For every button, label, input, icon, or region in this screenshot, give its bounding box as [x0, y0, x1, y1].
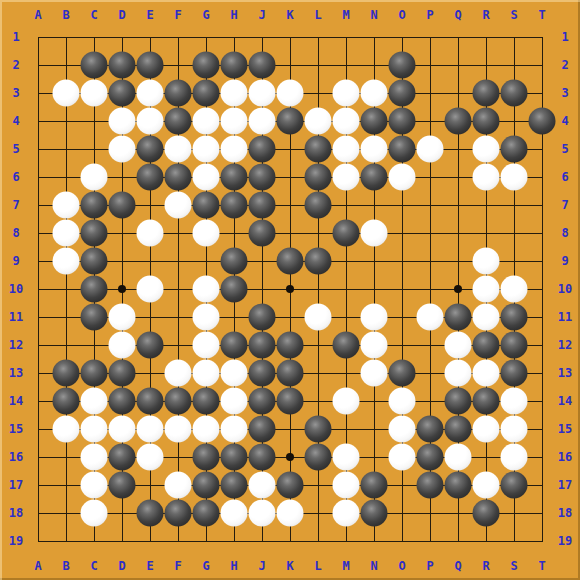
black-stone-J11[interactable]	[249, 304, 276, 331]
black-stone-H10[interactable]	[221, 276, 248, 303]
coordinate-label: Q	[454, 9, 461, 21]
go-board[interactable]: ABCDEFGHJKLMNOPQRST ABCDEFGHJKLMNOPQRST …	[0, 0, 580, 580]
coordinate-label: 18	[558, 507, 572, 519]
star-point	[286, 453, 294, 461]
black-stone-F6[interactable]	[165, 164, 192, 191]
white-stone-H13[interactable]	[221, 360, 248, 387]
white-stone-M18[interactable]	[333, 500, 360, 527]
black-stone-J7[interactable]	[249, 192, 276, 219]
white-stone-S10[interactable]	[501, 276, 528, 303]
white-stone-E4[interactable]	[137, 108, 164, 135]
black-stone-S5[interactable]	[501, 136, 528, 163]
black-stone-D3[interactable]	[109, 80, 136, 107]
black-stone-L15[interactable]	[305, 416, 332, 443]
coordinate-label: 8	[561, 227, 568, 239]
white-stone-G15[interactable]	[193, 416, 220, 443]
black-stone-K4[interactable]	[277, 108, 304, 135]
grid-line-horizontal	[38, 541, 543, 542]
white-stone-P5[interactable]	[417, 136, 444, 163]
coordinate-label: 5	[12, 143, 19, 155]
black-stone-F14[interactable]	[165, 388, 192, 415]
coordinate-label: E	[146, 560, 153, 572]
coordinate-label: 7	[12, 199, 19, 211]
white-stone-C18[interactable]	[81, 500, 108, 527]
black-stone-L9[interactable]	[305, 248, 332, 275]
coordinate-label: 10	[9, 283, 23, 295]
white-stone-R17[interactable]	[473, 472, 500, 499]
black-stone-J13[interactable]	[249, 360, 276, 387]
black-stone-F4[interactable]	[165, 108, 192, 135]
black-stone-H7[interactable]	[221, 192, 248, 219]
white-stone-R5[interactable]	[473, 136, 500, 163]
black-stone-C8[interactable]	[81, 220, 108, 247]
black-stone-S3[interactable]	[501, 80, 528, 107]
black-stone-K13[interactable]	[277, 360, 304, 387]
black-stone-D17[interactable]	[109, 472, 136, 499]
black-stone-O3[interactable]	[389, 80, 416, 107]
white-stone-P11[interactable]	[417, 304, 444, 331]
white-stone-N8[interactable]	[361, 220, 388, 247]
black-stone-C11[interactable]	[81, 304, 108, 331]
coordinate-label: 3	[12, 87, 19, 99]
black-stone-B14[interactable]	[53, 388, 80, 415]
black-stone-R14[interactable]	[473, 388, 500, 415]
black-stone-M8[interactable]	[333, 220, 360, 247]
black-stone-H12[interactable]	[221, 332, 248, 359]
black-stone-J2[interactable]	[249, 52, 276, 79]
black-stone-S13[interactable]	[501, 360, 528, 387]
white-stone-C17[interactable]	[81, 472, 108, 499]
black-stone-E6[interactable]	[137, 164, 164, 191]
coordinate-label: B	[62, 9, 69, 21]
black-stone-R12[interactable]	[473, 332, 500, 359]
white-stone-M3[interactable]	[333, 80, 360, 107]
black-stone-G2[interactable]	[193, 52, 220, 79]
black-stone-D2[interactable]	[109, 52, 136, 79]
white-stone-F5[interactable]	[165, 136, 192, 163]
white-stone-D4[interactable]	[109, 108, 136, 135]
white-stone-F17[interactable]	[165, 472, 192, 499]
coordinate-label: P	[426, 9, 433, 21]
coordinate-label: P	[426, 560, 433, 572]
white-stone-F15[interactable]	[165, 416, 192, 443]
white-stone-R9[interactable]	[473, 248, 500, 275]
white-stone-J4[interactable]	[249, 108, 276, 135]
white-stone-G12[interactable]	[193, 332, 220, 359]
coordinate-label: 9	[561, 255, 568, 267]
white-stone-G13[interactable]	[193, 360, 220, 387]
white-stone-H18[interactable]	[221, 500, 248, 527]
coordinate-label: 11	[558, 311, 572, 323]
white-stone-M5[interactable]	[333, 136, 360, 163]
coordinate-label: 12	[558, 339, 572, 351]
black-stone-H16[interactable]	[221, 444, 248, 471]
coordinate-label: C	[90, 560, 97, 572]
white-stone-S6[interactable]	[501, 164, 528, 191]
white-stone-R11[interactable]	[473, 304, 500, 331]
coordinate-label: 2	[12, 59, 19, 71]
white-stone-B15[interactable]	[53, 416, 80, 443]
white-stone-E3[interactable]	[137, 80, 164, 107]
coordinate-label: 7	[561, 199, 568, 211]
white-stone-Q16[interactable]	[445, 444, 472, 471]
black-stone-C7[interactable]	[81, 192, 108, 219]
black-stone-H2[interactable]	[221, 52, 248, 79]
black-stone-E14[interactable]	[137, 388, 164, 415]
star-point	[118, 285, 126, 293]
black-stone-P15[interactable]	[417, 416, 444, 443]
black-stone-E18[interactable]	[137, 500, 164, 527]
white-stone-L11[interactable]	[305, 304, 332, 331]
coordinate-label: A	[34, 560, 41, 572]
black-stone-R18[interactable]	[473, 500, 500, 527]
white-stone-B7[interactable]	[53, 192, 80, 219]
white-stone-Q13[interactable]	[445, 360, 472, 387]
star-point	[454, 285, 462, 293]
black-stone-S17[interactable]	[501, 472, 528, 499]
black-stone-H6[interactable]	[221, 164, 248, 191]
white-stone-R6[interactable]	[473, 164, 500, 191]
white-stone-H4[interactable]	[221, 108, 248, 135]
white-stone-E10[interactable]	[137, 276, 164, 303]
coordinate-label: 13	[9, 367, 23, 379]
coordinate-label: 8	[12, 227, 19, 239]
black-stone-G18[interactable]	[193, 500, 220, 527]
black-stone-B13[interactable]	[53, 360, 80, 387]
coordinate-label: K	[286, 9, 293, 21]
white-stone-C14[interactable]	[81, 388, 108, 415]
coordinate-label: 6	[12, 171, 19, 183]
coordinate-label: 4	[12, 115, 19, 127]
white-stone-D5[interactable]	[109, 136, 136, 163]
coordinate-label: D	[118, 560, 125, 572]
black-stone-L5[interactable]	[305, 136, 332, 163]
black-stone-K17[interactable]	[277, 472, 304, 499]
coordinate-label: H	[230, 9, 237, 21]
coordinate-label: 9	[12, 255, 19, 267]
white-stone-G5[interactable]	[193, 136, 220, 163]
white-stone-B8[interactable]	[53, 220, 80, 247]
coordinate-label: J	[258, 560, 265, 572]
white-stone-D11[interactable]	[109, 304, 136, 331]
coordinate-label: O	[398, 560, 405, 572]
coordinate-label: T	[538, 560, 545, 572]
coordinate-label: 15	[9, 423, 23, 435]
black-stone-G14[interactable]	[193, 388, 220, 415]
white-stone-E16[interactable]	[137, 444, 164, 471]
white-stone-D15[interactable]	[109, 416, 136, 443]
white-stone-S16[interactable]	[501, 444, 528, 471]
coordinate-label: L	[314, 9, 321, 21]
white-stone-R15[interactable]	[473, 416, 500, 443]
coordinate-label: E	[146, 9, 153, 21]
white-stone-N13[interactable]	[361, 360, 388, 387]
coordinate-label: 19	[558, 535, 572, 547]
white-stone-C6[interactable]	[81, 164, 108, 191]
coordinate-label: 17	[558, 479, 572, 491]
black-stone-L16[interactable]	[305, 444, 332, 471]
coordinate-label: A	[34, 9, 41, 21]
black-stone-J14[interactable]	[249, 388, 276, 415]
black-stone-N4[interactable]	[361, 108, 388, 135]
black-stone-P16[interactable]	[417, 444, 444, 471]
white-stone-R13[interactable]	[473, 360, 500, 387]
black-stone-D16[interactable]	[109, 444, 136, 471]
coordinate-label: 11	[9, 311, 23, 323]
black-stone-D7[interactable]	[109, 192, 136, 219]
white-stone-E15[interactable]	[137, 416, 164, 443]
white-stone-Q12[interactable]	[445, 332, 472, 359]
black-stone-C10[interactable]	[81, 276, 108, 303]
white-stone-G4[interactable]	[193, 108, 220, 135]
coordinate-label: H	[230, 560, 237, 572]
coordinate-label: T	[538, 9, 545, 21]
white-stone-M14[interactable]	[333, 388, 360, 415]
white-stone-J18[interactable]	[249, 500, 276, 527]
coordinate-label: N	[370, 560, 377, 572]
coordinate-label: 16	[9, 451, 23, 463]
coordinate-label: Q	[454, 560, 461, 572]
black-stone-O13[interactable]	[389, 360, 416, 387]
coordinate-label: D	[118, 9, 125, 21]
white-stone-E8[interactable]	[137, 220, 164, 247]
white-stone-H14[interactable]	[221, 388, 248, 415]
black-stone-K12[interactable]	[277, 332, 304, 359]
white-stone-M16[interactable]	[333, 444, 360, 471]
coordinate-label: R	[482, 560, 489, 572]
black-stone-M12[interactable]	[333, 332, 360, 359]
black-stone-N6[interactable]	[361, 164, 388, 191]
white-stone-R10[interactable]	[473, 276, 500, 303]
black-stone-Q15[interactable]	[445, 416, 472, 443]
black-stone-S11[interactable]	[501, 304, 528, 331]
black-stone-J6[interactable]	[249, 164, 276, 191]
black-stone-N17[interactable]	[361, 472, 388, 499]
white-stone-O15[interactable]	[389, 416, 416, 443]
black-stone-Q17[interactable]	[445, 472, 472, 499]
white-stone-S14[interactable]	[501, 388, 528, 415]
coordinate-label: J	[258, 9, 265, 21]
coordinate-label: S	[510, 560, 517, 572]
coordinate-label: R	[482, 9, 489, 21]
black-stone-S12[interactable]	[501, 332, 528, 359]
coordinate-label: 12	[9, 339, 23, 351]
coordinate-label: L	[314, 560, 321, 572]
coordinate-label: C	[90, 9, 97, 21]
black-stone-G7[interactable]	[193, 192, 220, 219]
coordinate-label: K	[286, 560, 293, 572]
black-stone-O2[interactable]	[389, 52, 416, 79]
black-stone-P17[interactable]	[417, 472, 444, 499]
coordinate-label: O	[398, 9, 405, 21]
white-stone-S15[interactable]	[501, 416, 528, 443]
white-stone-F13[interactable]	[165, 360, 192, 387]
white-stone-J17[interactable]	[249, 472, 276, 499]
white-stone-H5[interactable]	[221, 136, 248, 163]
black-stone-H17[interactable]	[221, 472, 248, 499]
coordinate-label: 16	[558, 451, 572, 463]
white-stone-D12[interactable]	[109, 332, 136, 359]
white-stone-G11[interactable]	[193, 304, 220, 331]
coordinate-label: G	[202, 560, 209, 572]
white-stone-N5[interactable]	[361, 136, 388, 163]
black-stone-Q4[interactable]	[445, 108, 472, 135]
coordinate-label: 15	[558, 423, 572, 435]
white-stone-C16[interactable]	[81, 444, 108, 471]
white-stone-M17[interactable]	[333, 472, 360, 499]
coordinate-label: 17	[9, 479, 23, 491]
coordinate-label: 18	[9, 507, 23, 519]
coordinate-label: 2	[561, 59, 568, 71]
white-stone-C3[interactable]	[81, 80, 108, 107]
black-stone-O5[interactable]	[389, 136, 416, 163]
coordinate-label: 3	[561, 87, 568, 99]
coordinate-label: 14	[9, 395, 23, 407]
coordinate-label: 14	[558, 395, 572, 407]
coordinate-label: N	[370, 9, 377, 21]
coordinate-label: F	[174, 560, 181, 572]
black-stone-Q11[interactable]	[445, 304, 472, 331]
black-stone-N18[interactable]	[361, 500, 388, 527]
white-stone-H3[interactable]	[221, 80, 248, 107]
black-stone-H9[interactable]	[221, 248, 248, 275]
white-stone-C15[interactable]	[81, 416, 108, 443]
black-stone-O4[interactable]	[389, 108, 416, 135]
black-stone-K9[interactable]	[277, 248, 304, 275]
white-stone-N3[interactable]	[361, 80, 388, 107]
white-stone-G8[interactable]	[193, 220, 220, 247]
coordinate-label: 4	[561, 115, 568, 127]
white-stone-B3[interactable]	[53, 80, 80, 107]
black-stone-J5[interactable]	[249, 136, 276, 163]
white-stone-O14[interactable]	[389, 388, 416, 415]
white-stone-K18[interactable]	[277, 500, 304, 527]
coordinate-label: 10	[558, 283, 572, 295]
black-stone-L6[interactable]	[305, 164, 332, 191]
coordinate-label: 1	[561, 31, 568, 43]
black-stone-G16[interactable]	[193, 444, 220, 471]
white-stone-B9[interactable]	[53, 248, 80, 275]
white-stone-G6[interactable]	[193, 164, 220, 191]
coordinate-label: M	[342, 560, 349, 572]
white-stone-N11[interactable]	[361, 304, 388, 331]
black-stone-E12[interactable]	[137, 332, 164, 359]
coordinate-label: 6	[561, 171, 568, 183]
black-stone-F18[interactable]	[165, 500, 192, 527]
black-stone-E5[interactable]	[137, 136, 164, 163]
coordinate-label: G	[202, 9, 209, 21]
black-stone-J8[interactable]	[249, 220, 276, 247]
black-stone-L7[interactable]	[305, 192, 332, 219]
coordinate-label: 1	[12, 31, 19, 43]
white-stone-M4[interactable]	[333, 108, 360, 135]
white-stone-O6[interactable]	[389, 164, 416, 191]
black-stone-R4[interactable]	[473, 108, 500, 135]
white-stone-K3[interactable]	[277, 80, 304, 107]
black-stone-F3[interactable]	[165, 80, 192, 107]
black-stone-C2[interactable]	[81, 52, 108, 79]
coordinate-label: F	[174, 9, 181, 21]
white-stone-F7[interactable]	[165, 192, 192, 219]
coordinate-label: B	[62, 560, 69, 572]
black-stone-J15[interactable]	[249, 416, 276, 443]
white-stone-N12[interactable]	[361, 332, 388, 359]
black-stone-D14[interactable]	[109, 388, 136, 415]
black-stone-K14[interactable]	[277, 388, 304, 415]
black-stone-C13[interactable]	[81, 360, 108, 387]
black-stone-G17[interactable]	[193, 472, 220, 499]
coordinate-label: S	[510, 9, 517, 21]
coordinate-label: 19	[9, 535, 23, 547]
black-stone-J16[interactable]	[249, 444, 276, 471]
black-stone-G3[interactable]	[193, 80, 220, 107]
white-stone-H15[interactable]	[221, 416, 248, 443]
white-stone-J3[interactable]	[249, 80, 276, 107]
black-stone-T4[interactable]	[529, 108, 556, 135]
black-stone-E2[interactable]	[137, 52, 164, 79]
white-stone-M6[interactable]	[333, 164, 360, 191]
coordinate-label: 5	[561, 143, 568, 155]
coordinate-label: 13	[558, 367, 572, 379]
black-stone-D13[interactable]	[109, 360, 136, 387]
black-stone-Q14[interactable]	[445, 388, 472, 415]
black-stone-C9[interactable]	[81, 248, 108, 275]
white-stone-O16[interactable]	[389, 444, 416, 471]
white-stone-L4[interactable]	[305, 108, 332, 135]
star-point	[286, 285, 294, 293]
white-stone-G10[interactable]	[193, 276, 220, 303]
coordinate-label: M	[342, 9, 349, 21]
black-stone-J12[interactable]	[249, 332, 276, 359]
black-stone-R3[interactable]	[473, 80, 500, 107]
